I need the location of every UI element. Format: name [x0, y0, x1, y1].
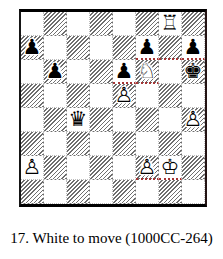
piece-black-pawn: ♟	[115, 60, 134, 83]
square-c7	[67, 36, 90, 60]
square-d1	[90, 180, 113, 204]
square-c1	[67, 180, 90, 204]
square-e8	[113, 12, 136, 36]
square-b5	[44, 84, 67, 108]
piece-white-knight: ♘	[138, 60, 157, 83]
square-b8	[44, 12, 67, 36]
piece-white-pawn: ♙	[138, 156, 157, 179]
piece-black-pawn: ♟	[138, 36, 157, 59]
piece-white-pawn: ♙	[184, 108, 203, 131]
square-g6	[159, 60, 182, 84]
square-h1	[182, 180, 205, 204]
piece-white-king: ♔	[161, 156, 180, 179]
square-b7	[44, 36, 67, 60]
square-f2: ♙	[136, 156, 159, 180]
square-c2	[67, 156, 90, 180]
square-a8	[21, 12, 44, 36]
square-f7: ♟	[136, 36, 159, 60]
square-d2	[90, 156, 113, 180]
square-e2	[113, 156, 136, 180]
piece-black-pawn: ♟	[184, 36, 203, 59]
square-h6: ♚	[182, 60, 205, 84]
diagram-caption: 17. White to move (1000CC-264)	[0, 230, 223, 247]
square-f4	[136, 108, 159, 132]
square-d4	[90, 108, 113, 132]
square-e5: ♙	[113, 84, 136, 108]
piece-black-pawn: ♟	[23, 36, 42, 59]
piece-black-pawn: ♟	[46, 60, 65, 83]
square-e3	[113, 132, 136, 156]
piece-black-king: ♚	[184, 60, 203, 83]
square-d7	[90, 36, 113, 60]
square-b3	[44, 132, 67, 156]
square-h5	[182, 84, 205, 108]
square-a1	[21, 180, 44, 204]
piece-black-queen: ♛	[69, 108, 88, 131]
square-g4	[159, 108, 182, 132]
square-h2	[182, 156, 205, 180]
square-a4	[21, 108, 44, 132]
square-h7: ♟	[182, 36, 205, 60]
square-g5	[159, 84, 182, 108]
square-e7	[113, 36, 136, 60]
square-f6: ♘	[136, 60, 159, 84]
square-f3	[136, 132, 159, 156]
square-b4	[44, 108, 67, 132]
square-h8	[182, 12, 205, 36]
square-c6	[67, 60, 90, 84]
square-g8: ♖	[159, 12, 182, 36]
square-d8	[90, 12, 113, 36]
square-e1	[113, 180, 136, 204]
square-f5	[136, 84, 159, 108]
square-c8	[67, 12, 90, 36]
square-d5	[90, 84, 113, 108]
chess-board: ♖♟♟♟♟♟♘♚♙♛♙♙♙♔	[19, 9, 207, 207]
square-b2	[44, 156, 67, 180]
piece-white-rook: ♖	[161, 12, 180, 35]
square-d3	[90, 132, 113, 156]
piece-white-pawn: ♙	[115, 84, 134, 107]
square-g2: ♔	[159, 156, 182, 180]
square-a7: ♟	[21, 36, 44, 60]
square-a2: ♙	[21, 156, 44, 180]
square-c5	[67, 84, 90, 108]
square-g1	[159, 180, 182, 204]
square-b1	[44, 180, 67, 204]
square-d6	[90, 60, 113, 84]
square-b6: ♟	[44, 60, 67, 84]
chess-diagram: ♖♟♟♟♟♟♘♚♙♛♙♙♙♔ 17. White to move (1000CC…	[0, 0, 223, 259]
square-a5	[21, 84, 44, 108]
square-g3	[159, 132, 182, 156]
square-h4: ♙	[182, 108, 205, 132]
square-e6: ♟	[113, 60, 136, 84]
square-c4: ♛	[67, 108, 90, 132]
square-g7	[159, 36, 182, 60]
square-a3	[21, 132, 44, 156]
square-e4	[113, 108, 136, 132]
square-a6	[21, 60, 44, 84]
piece-white-pawn: ♙	[23, 156, 42, 179]
square-h3	[182, 132, 205, 156]
square-f1	[136, 180, 159, 204]
square-c3	[67, 132, 90, 156]
square-f8	[136, 12, 159, 36]
